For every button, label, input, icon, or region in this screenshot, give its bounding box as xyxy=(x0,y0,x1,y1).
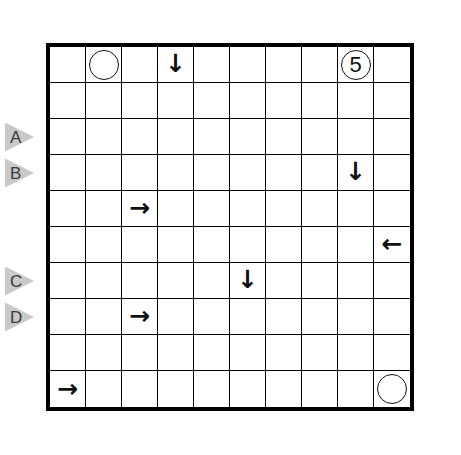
cell-r5c1[interactable] xyxy=(50,191,86,227)
cell-r10c4[interactable] xyxy=(158,371,194,407)
cell-r5c10[interactable] xyxy=(374,191,410,227)
cell-r4c10[interactable] xyxy=(374,155,410,191)
cell-r8c9[interactable] xyxy=(338,299,374,335)
down-arrow-icon: ↓ xyxy=(165,51,186,76)
cell-r7c3[interactable] xyxy=(122,263,158,299)
cell-r5c9[interactable] xyxy=(338,191,374,227)
cell-r5c4[interactable] xyxy=(158,191,194,227)
cell-r1c2[interactable] xyxy=(86,47,122,83)
cell-r10c10[interactable] xyxy=(374,371,410,407)
cell-r9c8[interactable] xyxy=(302,335,338,371)
cell-r2c5[interactable] xyxy=(194,83,230,119)
cell-r5c7[interactable] xyxy=(266,191,302,227)
cell-r2c6[interactable] xyxy=(230,83,266,119)
cell-r9c6[interactable] xyxy=(230,335,266,371)
cell-r4c9[interactable]: ↓ xyxy=(338,155,374,191)
cell-r1c5[interactable] xyxy=(194,47,230,83)
cell-r8c5[interactable] xyxy=(194,299,230,335)
cell-r5c8[interactable] xyxy=(302,191,338,227)
answer-row-letter: A xyxy=(10,129,21,146)
cell-r1c9[interactable]: 5 xyxy=(338,47,374,83)
cell-r4c8[interactable] xyxy=(302,155,338,191)
cell-r3c2[interactable] xyxy=(86,119,122,155)
cell-r8c8[interactable] xyxy=(302,299,338,335)
cell-r1c4[interactable]: ↓ xyxy=(158,47,194,83)
puzzle-page: ↓5↓→←↓→→ ABCD xyxy=(0,0,461,455)
cell-r3c7[interactable] xyxy=(266,119,302,155)
cell-r7c8[interactable] xyxy=(302,263,338,299)
cell-r7c4[interactable] xyxy=(158,263,194,299)
cell-r10c8[interactable] xyxy=(302,371,338,407)
left-arrow-icon: ← xyxy=(382,231,403,256)
cell-r4c7[interactable] xyxy=(266,155,302,191)
cell-r6c7[interactable] xyxy=(266,227,302,263)
cell-r6c1[interactable] xyxy=(50,227,86,263)
cell-r1c7[interactable] xyxy=(266,47,302,83)
cell-r9c2[interactable] xyxy=(86,335,122,371)
cell-r6c2[interactable] xyxy=(86,227,122,263)
circle-clue xyxy=(89,50,119,80)
cell-r7c7[interactable] xyxy=(266,263,302,299)
cell-r3c1[interactable] xyxy=(50,119,86,155)
cell-r1c3[interactable] xyxy=(122,47,158,83)
cell-r4c6[interactable] xyxy=(230,155,266,191)
cell-r2c4[interactable] xyxy=(158,83,194,119)
cell-r7c5[interactable] xyxy=(194,263,230,299)
cell-r9c10[interactable] xyxy=(374,335,410,371)
cell-r8c10[interactable] xyxy=(374,299,410,335)
cell-r7c2[interactable] xyxy=(86,263,122,299)
cell-r3c3[interactable] xyxy=(122,119,158,155)
cell-r3c10[interactable] xyxy=(374,119,410,155)
cell-r1c6[interactable] xyxy=(230,47,266,83)
cell-r10c7[interactable] xyxy=(266,371,302,407)
right-arrow-icon: → xyxy=(129,195,150,220)
cell-r8c2[interactable] xyxy=(86,299,122,335)
cell-r4c2[interactable] xyxy=(86,155,122,191)
answer-row-marker-D: D xyxy=(5,303,34,332)
cell-r6c6[interactable] xyxy=(230,227,266,263)
cell-r9c5[interactable] xyxy=(194,335,230,371)
cell-r10c5[interactable] xyxy=(194,371,230,407)
cell-r2c2[interactable] xyxy=(86,83,122,119)
cell-r2c7[interactable] xyxy=(266,83,302,119)
cell-r5c3[interactable]: → xyxy=(122,191,158,227)
cell-r3c6[interactable] xyxy=(230,119,266,155)
down-arrow-icon: ↓ xyxy=(237,267,258,292)
cell-r3c8[interactable] xyxy=(302,119,338,155)
cell-r6c8[interactable] xyxy=(302,227,338,263)
circle-clue-5: 5 xyxy=(341,50,371,80)
cell-r9c4[interactable] xyxy=(158,335,194,371)
cell-r10c6[interactable] xyxy=(230,371,266,407)
right-arrow-icon: → xyxy=(129,303,150,328)
down-arrow-icon: ↓ xyxy=(345,159,366,184)
cell-r5c2[interactable] xyxy=(86,191,122,227)
cell-r7c6[interactable]: ↓ xyxy=(230,263,266,299)
cell-r6c10[interactable]: ← xyxy=(374,227,410,263)
cell-r10c1[interactable]: → xyxy=(50,371,86,407)
answer-row-marker-A: A xyxy=(5,123,34,152)
cell-r3c9[interactable] xyxy=(338,119,374,155)
answer-row-marker-C: C xyxy=(5,267,34,296)
cell-r3c5[interactable] xyxy=(194,119,230,155)
cell-r7c10[interactable] xyxy=(374,263,410,299)
cell-r9c3[interactable] xyxy=(122,335,158,371)
cell-r1c8[interactable] xyxy=(302,47,338,83)
cell-r9c1[interactable] xyxy=(50,335,86,371)
cell-r1c10[interactable] xyxy=(374,47,410,83)
cell-r7c9[interactable] xyxy=(338,263,374,299)
cell-r5c6[interactable] xyxy=(230,191,266,227)
answer-row-marker-B: B xyxy=(5,159,34,188)
cell-r1c1[interactable] xyxy=(50,47,86,83)
cell-r9c7[interactable] xyxy=(266,335,302,371)
answer-row-letter: C xyxy=(10,273,22,290)
cell-r5c5[interactable] xyxy=(194,191,230,227)
cell-r4c3[interactable] xyxy=(122,155,158,191)
puzzle-board: ↓5↓→←↓→→ xyxy=(46,43,414,411)
cell-r10c9[interactable] xyxy=(338,371,374,407)
cell-r4c1[interactable] xyxy=(50,155,86,191)
cell-r8c7[interactable] xyxy=(266,299,302,335)
cell-r2c10[interactable] xyxy=(374,83,410,119)
cell-r2c1[interactable] xyxy=(50,83,86,119)
cell-r3c4[interactable] xyxy=(158,119,194,155)
circle-clue xyxy=(377,374,407,404)
cell-r2c9[interactable] xyxy=(338,83,374,119)
cell-r6c3[interactable] xyxy=(122,227,158,263)
cell-r6c5[interactable] xyxy=(194,227,230,263)
cell-r2c3[interactable] xyxy=(122,83,158,119)
cell-r9c9[interactable] xyxy=(338,335,374,371)
cell-r7c1[interactable] xyxy=(50,263,86,299)
cell-r6c4[interactable] xyxy=(158,227,194,263)
cell-r10c3[interactable] xyxy=(122,371,158,407)
cell-r10c2[interactable] xyxy=(86,371,122,407)
cell-r2c8[interactable] xyxy=(302,83,338,119)
right-arrow-icon: → xyxy=(57,376,78,401)
cell-r4c4[interactable] xyxy=(158,155,194,191)
cell-r8c6[interactable] xyxy=(230,299,266,335)
cell-r8c3[interactable]: → xyxy=(122,299,158,335)
cell-r6c9[interactable] xyxy=(338,227,374,263)
answer-row-letter: D xyxy=(10,309,22,326)
cell-r4c5[interactable] xyxy=(194,155,230,191)
answer-row-letter: B xyxy=(10,165,21,182)
cell-r8c4[interactable] xyxy=(158,299,194,335)
cell-r8c1[interactable] xyxy=(50,299,86,335)
